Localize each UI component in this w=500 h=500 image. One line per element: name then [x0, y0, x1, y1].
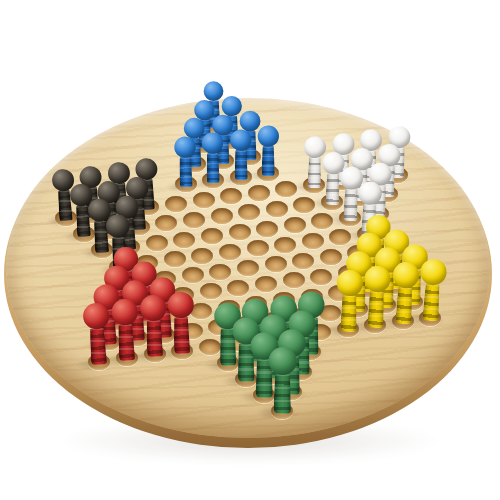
peg-yellow[interactable]: [416, 258, 449, 323]
peg-blue[interactable]: [201, 133, 225, 185]
peg-head: [174, 136, 196, 158]
board-hole[interactable]: [219, 244, 241, 260]
board-hole[interactable]: [320, 249, 342, 265]
peg-head: [268, 347, 297, 376]
board-hole[interactable]: [173, 232, 195, 248]
peg-body: [262, 146, 276, 176]
peg-head: [392, 262, 420, 290]
peg-green[interactable]: [266, 347, 297, 415]
peg-body: [307, 157, 321, 188]
peg-body: [178, 157, 192, 188]
peg-body: [395, 287, 413, 325]
board-hole[interactable]: [164, 251, 186, 267]
peg-head: [83, 302, 111, 330]
peg-head: [167, 291, 194, 318]
peg-head: [336, 269, 363, 296]
board-hole[interactable]: [292, 253, 314, 269]
board-hole[interactable]: [247, 240, 269, 256]
peg-body: [339, 294, 357, 332]
peg-body: [367, 291, 385, 329]
peg-head: [364, 266, 391, 293]
board-hole[interactable]: [220, 188, 242, 204]
board-hole[interactable]: [146, 235, 168, 251]
board-hole[interactable]: [201, 228, 223, 244]
board-hole[interactable]: [165, 196, 187, 212]
peg-blue[interactable]: [229, 129, 252, 181]
peg-head: [111, 298, 138, 325]
board-hole[interactable]: [274, 237, 296, 253]
board-hole[interactable]: [193, 192, 215, 208]
peg-head: [139, 295, 166, 322]
peg-body: [273, 374, 291, 414]
peg-head: [202, 133, 224, 155]
board-hole[interactable]: [209, 264, 231, 280]
board-hole[interactable]: [227, 280, 249, 296]
peg-body: [422, 283, 441, 321]
peg-yellow[interactable]: [389, 262, 421, 327]
board-hole[interactable]: [284, 217, 306, 233]
peg-body: [206, 153, 220, 183]
peg-head: [358, 181, 382, 205]
board-hole[interactable]: [283, 272, 305, 288]
board-hole[interactable]: [155, 215, 177, 231]
product-photo-scene: [0, 0, 500, 500]
peg-body: [89, 327, 107, 365]
board-hole[interactable]: [265, 256, 287, 272]
peg-head: [105, 213, 130, 238]
board-hole[interactable]: [183, 212, 205, 228]
board-hole[interactable]: [229, 224, 251, 240]
board-hole[interactable]: [302, 233, 324, 249]
peg-yellow[interactable]: [361, 265, 392, 329]
board-hole[interactable]: [211, 208, 233, 224]
peg-head: [420, 258, 448, 286]
board-hole[interactable]: [266, 201, 288, 217]
board-hole[interactable]: [256, 221, 278, 237]
peg-yellow[interactable]: [333, 269, 364, 333]
board-hole[interactable]: [275, 181, 297, 197]
board-hole[interactable]: [237, 260, 259, 276]
peg-body: [117, 324, 135, 362]
board-hole[interactable]: [248, 185, 270, 201]
peg-body: [173, 316, 190, 353]
peg-red[interactable]: [138, 295, 168, 359]
peg-blue[interactable]: [257, 125, 280, 177]
peg-head: [258, 125, 279, 146]
board-hole[interactable]: [191, 248, 213, 264]
peg-head: [230, 129, 251, 150]
peg-blue[interactable]: [173, 136, 197, 188]
board-hole[interactable]: [255, 276, 277, 292]
peg-body: [145, 320, 163, 357]
board-field: [0, 0, 500, 500]
board-hole[interactable]: [182, 267, 204, 283]
board-hole[interactable]: [238, 204, 260, 220]
board-hole[interactable]: [310, 269, 332, 285]
peg-red[interactable]: [82, 302, 114, 366]
peg-body: [234, 149, 247, 179]
board-hole[interactable]: [200, 283, 222, 299]
peg-red[interactable]: [166, 291, 196, 355]
peg-red[interactable]: [110, 298, 141, 362]
